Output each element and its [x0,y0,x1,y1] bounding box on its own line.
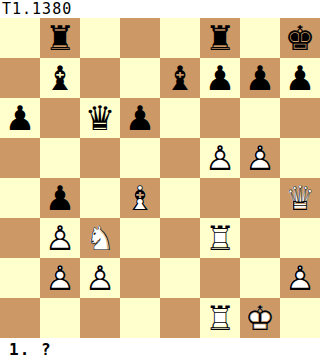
square-a1[interactable] [0,298,40,338]
white-pawn-fill: ♟ [280,258,320,298]
square-d4[interactable]: ♝♗ [120,178,160,218]
white-pawn-fill: ♟ [200,138,240,178]
square-e3[interactable] [160,218,200,258]
white-king-fill: ♚ [240,298,280,338]
square-c2[interactable]: ♟♙ [80,258,120,298]
square-e1[interactable] [160,298,200,338]
square-g5[interactable]: ♟♙ [240,138,280,178]
black-rook: ♜ [200,18,240,58]
square-g1[interactable]: ♚♔ [240,298,280,338]
square-b4[interactable]: ♟ [40,178,80,218]
white-rook-fill: ♜ [200,218,240,258]
white-pawn: ♙ [40,218,80,258]
square-b3[interactable]: ♟♙ [40,218,80,258]
square-a6[interactable]: ♟ [0,98,40,138]
black-pawn: ♟ [280,58,320,98]
square-a5[interactable] [0,138,40,178]
white-knight-fill: ♞ [80,218,120,258]
square-e4[interactable] [160,178,200,218]
square-d1[interactable] [120,298,160,338]
square-h4[interactable]: ♛♕ [280,178,320,218]
square-e2[interactable] [160,258,200,298]
black-pawn: ♟ [200,58,240,98]
black-bishop: ♝ [160,58,200,98]
black-pawn: ♟ [0,98,40,138]
square-h8[interactable]: ♚ [280,18,320,58]
white-rook: ♖ [200,298,240,338]
square-h5[interactable] [280,138,320,178]
white-pawn: ♙ [280,258,320,298]
square-g4[interactable] [240,178,280,218]
square-b1[interactable] [40,298,80,338]
black-pawn: ♟ [240,58,280,98]
square-a8[interactable] [0,18,40,58]
chess-board: ♜♜♚♝♝♟♟♟♟♛♟♟♙♟♙♟♝♗♛♕♟♙♞♘♜♖♟♙♟♙♟♙♜♖♚♔ [0,18,320,338]
black-bishop: ♝ [40,58,80,98]
black-pawn: ♟ [40,178,80,218]
white-queen: ♕ [280,178,320,218]
square-g2[interactable] [240,258,280,298]
square-d2[interactable] [120,258,160,298]
square-e6[interactable] [160,98,200,138]
square-d8[interactable] [120,18,160,58]
square-f8[interactable]: ♜ [200,18,240,58]
square-h7[interactable]: ♟ [280,58,320,98]
square-f2[interactable] [200,258,240,298]
square-d3[interactable] [120,218,160,258]
square-b6[interactable] [40,98,80,138]
square-g3[interactable] [240,218,280,258]
square-f7[interactable]: ♟ [200,58,240,98]
white-bishop: ♗ [120,178,160,218]
white-pawn-fill: ♟ [240,138,280,178]
square-b7[interactable]: ♝ [40,58,80,98]
square-g7[interactable]: ♟ [240,58,280,98]
square-c7[interactable] [80,58,120,98]
square-e5[interactable] [160,138,200,178]
square-a3[interactable] [0,218,40,258]
white-pawn-fill: ♟ [40,218,80,258]
square-a2[interactable] [0,258,40,298]
square-h2[interactable]: ♟♙ [280,258,320,298]
square-h1[interactable] [280,298,320,338]
white-pawn: ♙ [200,138,240,178]
square-f6[interactable] [200,98,240,138]
white-pawn-fill: ♟ [40,258,80,298]
white-rook-fill: ♜ [200,298,240,338]
square-a4[interactable] [0,178,40,218]
square-d5[interactable] [120,138,160,178]
square-f3[interactable]: ♜♖ [200,218,240,258]
black-rook: ♜ [40,18,80,58]
square-c8[interactable] [80,18,120,58]
square-a7[interactable] [0,58,40,98]
square-g8[interactable] [240,18,280,58]
square-b2[interactable]: ♟♙ [40,258,80,298]
white-bishop-fill: ♝ [120,178,160,218]
white-rook: ♖ [200,218,240,258]
white-pawn: ♙ [40,258,80,298]
square-g6[interactable] [240,98,280,138]
square-c4[interactable] [80,178,120,218]
square-e8[interactable] [160,18,200,58]
white-king: ♔ [240,298,280,338]
square-f4[interactable] [200,178,240,218]
square-d6[interactable]: ♟ [120,98,160,138]
square-e7[interactable]: ♝ [160,58,200,98]
square-f5[interactable]: ♟♙ [200,138,240,178]
black-queen: ♛ [80,98,120,138]
square-h6[interactable] [280,98,320,138]
white-pawn: ♙ [240,138,280,178]
white-queen-fill: ♛ [280,178,320,218]
white-pawn: ♙ [80,258,120,298]
square-c6[interactable]: ♛ [80,98,120,138]
square-f1[interactable]: ♜♖ [200,298,240,338]
puzzle-id-label: T1.1380 [0,0,320,18]
square-h3[interactable] [280,218,320,258]
white-knight: ♘ [80,218,120,258]
move-prompt: 1. ? [0,338,320,360]
black-king: ♚ [280,18,320,58]
square-c1[interactable] [80,298,120,338]
square-c5[interactable] [80,138,120,178]
square-d7[interactable] [120,58,160,98]
square-b5[interactable] [40,138,80,178]
square-c3[interactable]: ♞♘ [80,218,120,258]
square-b8[interactable]: ♜ [40,18,80,58]
chess-trainer-window: T1.1380 ♜♜♚♝♝♟♟♟♟♛♟♟♙♟♙♟♝♗♛♕♟♙♞♘♜♖♟♙♟♙♟♙… [0,0,320,360]
black-pawn: ♟ [120,98,160,138]
white-pawn-fill: ♟ [80,258,120,298]
